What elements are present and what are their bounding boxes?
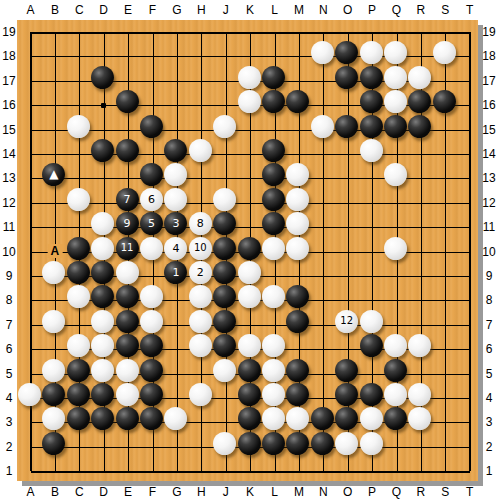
white-stone-E9: [116, 261, 139, 284]
black-stone-K10: [238, 237, 261, 260]
bottom-coordinate-label: L: [271, 486, 278, 498]
go-board[interactable]: ▲769538114101212AAABBCCDDEEFFGGHHJJKKLLM…: [0, 0, 500, 500]
top-coordinate-label: B: [51, 4, 59, 16]
black-stone-Q5: [384, 359, 407, 382]
black-stone-E7: [116, 310, 139, 333]
left-coordinate-label: 4: [6, 392, 13, 404]
move-number-8: 8: [197, 218, 204, 229]
left-coordinate-label: 10: [2, 246, 15, 258]
white-stone-N15: [311, 115, 334, 138]
right-coordinate-label: 4: [486, 392, 493, 404]
right-coordinate-label: 6: [486, 343, 493, 355]
white-stone-P2: [360, 432, 383, 455]
left-coordinate-label: 14: [2, 148, 15, 160]
right-coordinate-label: 11: [483, 221, 495, 233]
bottom-coordinate-label: J: [223, 486, 229, 498]
right-coordinate-label: 14: [482, 148, 495, 160]
move-number-4: 4: [172, 243, 179, 254]
move-number-5: 5: [148, 218, 155, 229]
black-stone-E14: [116, 139, 139, 162]
white-stone-P3: [360, 407, 383, 430]
move-number-11: 11: [121, 243, 134, 253]
top-coordinate-label: T: [466, 4, 473, 16]
bottom-coordinate-label: B: [51, 486, 59, 498]
bottom-coordinate-label: K: [246, 486, 254, 498]
top-coordinate-label: H: [197, 4, 206, 16]
right-coordinate-label: 8: [486, 294, 493, 306]
black-stone-R15: [408, 115, 431, 138]
black-stone-C5: [67, 359, 90, 382]
move-number-2: 2: [197, 267, 204, 278]
black-stone-C9: [67, 261, 90, 284]
white-stone-D7: [91, 310, 114, 333]
white-stone-J2: [213, 432, 236, 455]
white-stone-J12: [213, 188, 236, 211]
white-stone-H9: 2: [189, 261, 212, 284]
black-stone-C4: [67, 383, 90, 406]
bottom-coordinate-label: C: [75, 486, 84, 498]
bottom-coordinate-label: P: [368, 486, 376, 498]
white-stone-J15: [213, 115, 236, 138]
white-stone-P7: [360, 310, 383, 333]
move-number-1: 1: [172, 267, 179, 278]
black-stone-J10: [213, 237, 236, 260]
white-stone-D10: [91, 237, 114, 260]
white-stone-H7: [189, 310, 212, 333]
white-stone-K8: [238, 285, 261, 308]
right-coordinate-label: 12: [482, 197, 495, 209]
black-stone-E6: [116, 334, 139, 357]
white-stone-F7: [140, 310, 163, 333]
black-stone-L14: [262, 139, 285, 162]
white-stone-H14: [189, 139, 212, 162]
move-number-7: 7: [124, 194, 131, 205]
bottom-coordinate-label: D: [99, 486, 108, 498]
right-coordinate-label: 2: [486, 441, 493, 453]
right-coordinate-label: 13: [482, 172, 495, 184]
black-stone-L2: [262, 432, 285, 455]
white-stone-O7: 12: [335, 310, 358, 333]
black-stone-K3: [238, 407, 261, 430]
left-coordinate-label: 6: [6, 343, 13, 355]
left-coordinate-label: 11: [3, 221, 15, 233]
top-coordinate-label: D: [99, 4, 108, 16]
left-coordinate-label: 16: [2, 99, 15, 111]
black-stone-Q15: [384, 115, 407, 138]
white-stone-K16: [238, 90, 261, 113]
move-number-12: 12: [340, 316, 353, 326]
black-stone-F4: [140, 383, 163, 406]
grid-horizontal-line: [31, 471, 470, 473]
top-coordinate-label: N: [319, 4, 328, 16]
black-stone-P17: [360, 66, 383, 89]
left-coordinate-label: 2: [6, 441, 13, 453]
white-stone-H4: [189, 383, 212, 406]
star-point: [101, 103, 106, 108]
bottom-coordinate-label: A: [26, 486, 34, 498]
move-number-9: 9: [124, 218, 131, 229]
white-stone-E5: [116, 359, 139, 382]
right-coordinate-label: 16: [482, 99, 495, 111]
top-coordinate-label: G: [172, 4, 181, 16]
right-coordinate-label: 19: [482, 26, 495, 38]
white-stone-K17: [238, 66, 261, 89]
triangle-marker: ▲: [49, 168, 58, 181]
move-number-10: 10: [194, 243, 207, 253]
top-coordinate-label: M: [294, 4, 304, 16]
move-number-3: 3: [172, 218, 179, 229]
grid-vertical-line: [323, 32, 324, 471]
left-coordinate-label: 19: [2, 26, 15, 38]
bottom-coordinate-label: O: [343, 486, 352, 498]
top-coordinate-label: E: [124, 4, 132, 16]
top-coordinate-label: S: [441, 4, 449, 16]
right-coordinate-label: 1: [486, 465, 493, 477]
black-stone-O5: [335, 359, 358, 382]
right-coordinate-label: 18: [482, 50, 495, 62]
bottom-coordinate-label: T: [466, 486, 473, 498]
white-stone-C15: [67, 115, 90, 138]
bottom-coordinate-label: M: [294, 486, 304, 498]
bottom-coordinate-label: S: [441, 486, 449, 498]
bottom-coordinate-label: F: [149, 486, 156, 498]
black-stone-E11: 9: [116, 212, 139, 235]
white-stone-L10: [262, 237, 285, 260]
white-stone-M10: [286, 237, 309, 260]
black-stone-F15: [140, 115, 163, 138]
move-number-6: 6: [148, 194, 155, 205]
black-stone-E16: [116, 90, 139, 113]
black-stone-E12: 7: [116, 188, 139, 211]
black-stone-E8: [116, 285, 139, 308]
left-coordinate-label: 18: [2, 50, 15, 62]
white-stone-K6: [238, 334, 261, 357]
black-stone-F5: [140, 359, 163, 382]
left-coordinate-label: 9: [6, 270, 13, 282]
black-stone-N2: [311, 432, 334, 455]
white-stone-D5: [91, 359, 114, 382]
left-coordinate-label: 5: [6, 368, 13, 380]
right-coordinate-label: 3: [486, 416, 493, 428]
top-coordinate-label: R: [417, 4, 426, 16]
black-stone-O17: [335, 66, 358, 89]
white-stone-B5: [42, 359, 65, 382]
right-coordinate-label: 15: [482, 124, 495, 136]
left-coordinate-label: 12: [2, 197, 15, 209]
black-stone-L12: [262, 188, 285, 211]
black-stone-E3: [116, 407, 139, 430]
white-stone-Q10: [384, 237, 407, 260]
black-stone-P16: [360, 90, 383, 113]
right-coordinate-label: 17: [482, 75, 495, 87]
black-stone-K4: [238, 383, 261, 406]
top-coordinate-label: O: [343, 4, 352, 16]
right-coordinate-label: 10: [482, 246, 495, 258]
white-stone-G10: 4: [164, 237, 187, 260]
white-stone-H10: 10: [189, 237, 212, 260]
top-coordinate-label: C: [75, 4, 84, 16]
right-coordinate-label: 7: [486, 319, 493, 331]
black-stone-E10: 11: [116, 237, 139, 260]
black-stone-L17: [262, 66, 285, 89]
top-coordinate-label: P: [368, 4, 376, 16]
left-coordinate-label: 1: [6, 465, 13, 477]
left-coordinate-label: 15: [2, 124, 15, 136]
black-stone-O15: [335, 115, 358, 138]
left-coordinate-label: 13: [2, 172, 15, 184]
left-coordinate-label: 17: [2, 75, 15, 87]
black-stone-P4: [360, 383, 383, 406]
white-stone-P14: [360, 139, 383, 162]
right-coordinate-label: 5: [486, 368, 493, 380]
white-stone-F12: 6: [140, 188, 163, 211]
bottom-coordinate-label: H: [197, 486, 206, 498]
bottom-coordinate-label: Q: [392, 486, 401, 498]
black-stone-C10: [67, 237, 90, 260]
white-stone-Q17: [384, 66, 407, 89]
left-coordinate-label: 3: [6, 416, 13, 428]
black-stone-K5: [238, 359, 261, 382]
left-coordinate-label: 8: [6, 294, 13, 306]
black-stone-M5: [286, 359, 309, 382]
right-coordinate-label: 9: [486, 270, 493, 282]
bottom-coordinate-label: G: [172, 486, 181, 498]
top-coordinate-label: Q: [392, 4, 401, 16]
white-stone-H11: 8: [189, 212, 212, 235]
grid-vertical-line: [469, 32, 471, 471]
white-stone-A4: [18, 383, 41, 406]
white-stone-E4: [116, 383, 139, 406]
black-stone-K2: [238, 432, 261, 455]
white-stone-C6: [67, 334, 90, 357]
black-stone-D17: [91, 66, 114, 89]
top-coordinate-label: A: [26, 4, 34, 16]
black-stone-S16: [433, 90, 456, 113]
black-stone-J7: [213, 310, 236, 333]
bottom-coordinate-label: E: [124, 486, 132, 498]
white-stone-F10: [140, 237, 163, 260]
white-stone-C12: [67, 188, 90, 211]
black-stone-P15: [360, 115, 383, 138]
top-coordinate-label: L: [271, 4, 278, 16]
black-stone-P6: [360, 334, 383, 357]
white-stone-L4: [262, 383, 285, 406]
top-coordinate-label: J: [223, 4, 229, 16]
white-stone-Q4: [384, 383, 407, 406]
bottom-coordinate-label: R: [417, 486, 426, 498]
left-coordinate-label: 7: [6, 319, 13, 331]
point-label-A: A: [48, 244, 63, 258]
white-stone-O2: [335, 432, 358, 455]
top-coordinate-label: F: [149, 4, 156, 16]
white-stone-P18: [360, 41, 383, 64]
white-stone-H6: [189, 334, 212, 357]
bottom-coordinate-label: N: [319, 486, 328, 498]
top-coordinate-label: K: [246, 4, 254, 16]
white-stone-J5: [213, 359, 236, 382]
white-stone-K9: [238, 261, 261, 284]
white-stone-L5: [262, 359, 285, 382]
